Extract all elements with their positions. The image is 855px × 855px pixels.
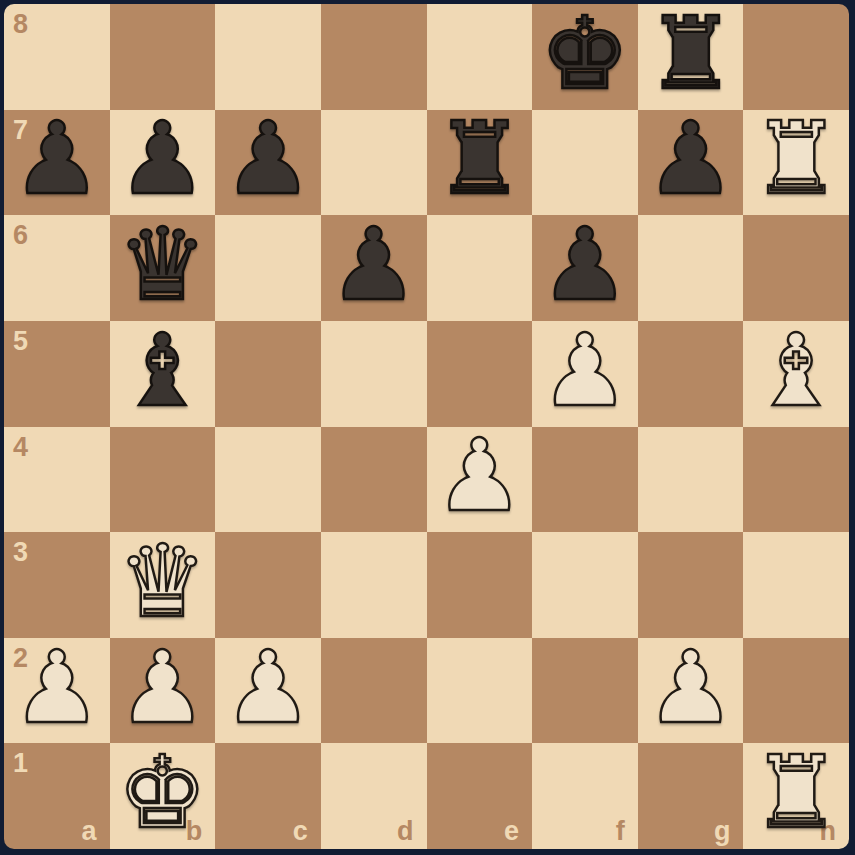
square-f7[interactable] xyxy=(532,110,638,216)
square-a2[interactable]: 2♟ xyxy=(4,638,110,744)
square-c3[interactable] xyxy=(215,532,321,638)
piece-white-pawn[interactable]: ♟ xyxy=(540,321,630,421)
square-a8[interactable]: 8 xyxy=(4,4,110,110)
square-h5[interactable]: ♝ xyxy=(743,321,849,427)
square-e7[interactable]: ♜ xyxy=(427,110,533,216)
file-label-e: e xyxy=(504,818,519,845)
square-b2[interactable]: ♟ xyxy=(110,638,216,744)
file-label-a: a xyxy=(82,818,97,845)
square-d6[interactable]: ♟ xyxy=(321,215,427,321)
square-g3[interactable] xyxy=(638,532,744,638)
square-f4[interactable] xyxy=(532,427,638,533)
square-d4[interactable] xyxy=(321,427,427,533)
piece-white-rook[interactable]: ♜ xyxy=(751,743,841,843)
square-g1[interactable]: g xyxy=(638,743,744,849)
piece-black-pawn[interactable]: ♟ xyxy=(223,109,313,209)
chess-board: 8♚♜7♟♟♟♜♟♜6♛♟♟5♝♟♝4♟3♛2♟♟♟♟1ab♚cdefgh♜ xyxy=(4,4,849,849)
piece-white-queen[interactable]: ♛ xyxy=(118,532,208,632)
square-g7[interactable]: ♟ xyxy=(638,110,744,216)
square-c8[interactable] xyxy=(215,4,321,110)
piece-black-rook[interactable]: ♜ xyxy=(646,4,736,104)
square-a4[interactable]: 4 xyxy=(4,427,110,533)
rank-label-1: 1 xyxy=(13,750,28,777)
square-b3[interactable]: ♛ xyxy=(110,532,216,638)
rank-label-3: 3 xyxy=(13,539,28,566)
piece-white-pawn[interactable]: ♟ xyxy=(12,638,102,738)
square-d1[interactable]: d xyxy=(321,743,427,849)
piece-white-pawn[interactable]: ♟ xyxy=(646,638,736,738)
square-d7[interactable] xyxy=(321,110,427,216)
square-g2[interactable]: ♟ xyxy=(638,638,744,744)
square-f1[interactable]: f xyxy=(532,743,638,849)
square-f8[interactable]: ♚ xyxy=(532,4,638,110)
square-h8[interactable] xyxy=(743,4,849,110)
square-h3[interactable] xyxy=(743,532,849,638)
square-c6[interactable] xyxy=(215,215,321,321)
piece-black-king[interactable]: ♚ xyxy=(540,4,630,104)
piece-white-pawn[interactable]: ♟ xyxy=(118,638,208,738)
square-c4[interactable] xyxy=(215,427,321,533)
square-f6[interactable]: ♟ xyxy=(532,215,638,321)
square-h2[interactable] xyxy=(743,638,849,744)
square-h4[interactable] xyxy=(743,427,849,533)
square-e3[interactable] xyxy=(427,532,533,638)
rank-label-6: 6 xyxy=(13,222,28,249)
piece-black-pawn[interactable]: ♟ xyxy=(12,109,102,209)
square-h7[interactable]: ♜ xyxy=(743,110,849,216)
square-a6[interactable]: 6 xyxy=(4,215,110,321)
piece-white-bishop[interactable]: ♝ xyxy=(751,321,841,421)
square-b6[interactable]: ♛ xyxy=(110,215,216,321)
square-d2[interactable] xyxy=(321,638,427,744)
square-d8[interactable] xyxy=(321,4,427,110)
piece-black-pawn[interactable]: ♟ xyxy=(540,215,630,315)
square-e4[interactable]: ♟ xyxy=(427,427,533,533)
square-d5[interactable] xyxy=(321,321,427,427)
square-b4[interactable] xyxy=(110,427,216,533)
piece-black-bishop[interactable]: ♝ xyxy=(118,321,208,421)
square-h6[interactable] xyxy=(743,215,849,321)
square-f3[interactable] xyxy=(532,532,638,638)
square-g8[interactable]: ♜ xyxy=(638,4,744,110)
file-label-d: d xyxy=(397,818,414,845)
square-e5[interactable] xyxy=(427,321,533,427)
square-d3[interactable] xyxy=(321,532,427,638)
piece-white-pawn[interactable]: ♟ xyxy=(434,426,524,526)
file-label-g: g xyxy=(714,818,731,845)
piece-white-pawn[interactable]: ♟ xyxy=(223,638,313,738)
square-b8[interactable] xyxy=(110,4,216,110)
page-background: 8♚♜7♟♟♟♜♟♜6♛♟♟5♝♟♝4♟3♛2♟♟♟♟1ab♚cdefgh♜ xyxy=(0,0,855,855)
square-e6[interactable] xyxy=(427,215,533,321)
piece-black-rook[interactable]: ♜ xyxy=(434,109,524,209)
piece-white-rook[interactable]: ♜ xyxy=(751,109,841,209)
square-a5[interactable]: 5 xyxy=(4,321,110,427)
file-label-f: f xyxy=(616,818,625,845)
rank-label-4: 4 xyxy=(13,434,28,461)
square-b1[interactable]: b♚ xyxy=(110,743,216,849)
piece-black-pawn[interactable]: ♟ xyxy=(329,215,419,315)
piece-black-queen[interactable]: ♛ xyxy=(118,215,208,315)
square-e2[interactable] xyxy=(427,638,533,744)
square-b5[interactable]: ♝ xyxy=(110,321,216,427)
square-e1[interactable]: e xyxy=(427,743,533,849)
square-f5[interactable]: ♟ xyxy=(532,321,638,427)
square-a3[interactable]: 3 xyxy=(4,532,110,638)
rank-label-8: 8 xyxy=(13,11,28,38)
square-b7[interactable]: ♟ xyxy=(110,110,216,216)
square-c7[interactable]: ♟ xyxy=(215,110,321,216)
square-c1[interactable]: c xyxy=(215,743,321,849)
piece-white-king[interactable]: ♚ xyxy=(118,743,208,843)
square-g4[interactable] xyxy=(638,427,744,533)
square-c5[interactable] xyxy=(215,321,321,427)
square-a7[interactable]: 7♟ xyxy=(4,110,110,216)
piece-black-pawn[interactable]: ♟ xyxy=(118,109,208,209)
square-e8[interactable] xyxy=(427,4,533,110)
piece-black-pawn[interactable]: ♟ xyxy=(646,109,736,209)
square-f2[interactable] xyxy=(532,638,638,744)
square-a1[interactable]: 1a xyxy=(4,743,110,849)
square-g5[interactable] xyxy=(638,321,744,427)
square-c2[interactable]: ♟ xyxy=(215,638,321,744)
square-h1[interactable]: h♜ xyxy=(743,743,849,849)
rank-label-5: 5 xyxy=(13,328,28,355)
file-label-c: c xyxy=(293,818,308,845)
square-g6[interactable] xyxy=(638,215,744,321)
